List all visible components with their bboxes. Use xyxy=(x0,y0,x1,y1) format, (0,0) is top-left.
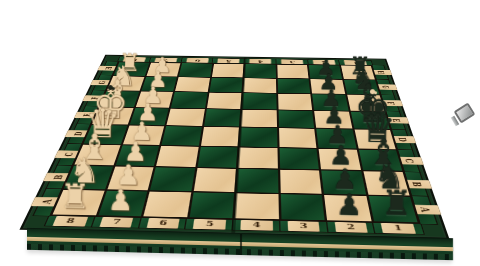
square-c4[interactable] xyxy=(238,147,277,168)
square-a2[interactable]: ♟ xyxy=(324,195,371,221)
square-g6[interactable] xyxy=(175,77,210,92)
rank-label-back-4: 4 xyxy=(250,59,272,64)
square-g3[interactable] xyxy=(277,79,310,94)
square-a5[interactable] xyxy=(189,192,234,218)
square-d6[interactable] xyxy=(161,126,201,145)
square-h6[interactable] xyxy=(179,63,212,77)
file-label-left-G: G xyxy=(90,80,115,86)
black-rook-a1[interactable]: ♜ xyxy=(373,186,418,221)
white-pawn-a7[interactable]: ♟ xyxy=(98,185,141,215)
white-rook-a8[interactable]: ♜ xyxy=(53,180,96,215)
square-g5[interactable] xyxy=(209,78,242,93)
chess-set-photo: 87654321 87654321 HGFEDCBA HGFEDCBA ♜♟♟♜… xyxy=(0,0,480,266)
chess-board: 87654321 87654321 HGFEDCBA HGFEDCBA ♜♟♟♜… xyxy=(19,55,449,240)
square-c6[interactable] xyxy=(156,146,198,167)
king-crown-bead-cream xyxy=(370,89,375,94)
square-g4[interactable] xyxy=(243,78,275,93)
rank-label-back-1: 1 xyxy=(344,60,367,65)
square-b6[interactable] xyxy=(150,167,195,190)
square-c3[interactable] xyxy=(279,148,319,169)
square-f6[interactable] xyxy=(171,92,207,108)
square-d3[interactable] xyxy=(279,128,317,147)
rank-label-back-8: 8 xyxy=(123,57,146,62)
black-pawn-a2[interactable]: ♟ xyxy=(327,190,371,220)
rank-label-back-5: 5 xyxy=(218,58,240,63)
square-f4[interactable] xyxy=(242,93,276,109)
rank-label-back-3: 3 xyxy=(281,59,303,64)
rank-label-back-6: 6 xyxy=(186,58,208,63)
side-face-hinge-seam xyxy=(240,234,242,255)
square-a7[interactable]: ♟ xyxy=(98,190,148,216)
square-d4[interactable] xyxy=(240,128,277,147)
square-a3[interactable] xyxy=(280,194,324,220)
square-b4[interactable] xyxy=(237,169,278,193)
square-h5[interactable] xyxy=(212,64,244,78)
square-d5[interactable] xyxy=(201,127,239,146)
rank-label-back-7: 7 xyxy=(154,58,177,63)
square-a8[interactable]: ♜ xyxy=(53,189,105,215)
king-crown-bead-dark xyxy=(108,85,113,90)
square-a4[interactable] xyxy=(235,193,279,219)
file-label-right-H: H xyxy=(368,70,392,75)
square-c5[interactable] xyxy=(197,146,237,167)
square-h3[interactable] xyxy=(277,65,309,79)
square-f5[interactable] xyxy=(207,93,242,109)
square-f3[interactable] xyxy=(278,94,312,110)
square-a1[interactable]: ♜ xyxy=(368,196,417,223)
rank-label-back-2: 2 xyxy=(313,60,335,65)
file-label-left-H: H xyxy=(97,66,121,71)
square-a6[interactable] xyxy=(143,191,190,217)
square-b5[interactable] xyxy=(193,168,236,191)
metal-clasp[interactable] xyxy=(452,103,476,129)
